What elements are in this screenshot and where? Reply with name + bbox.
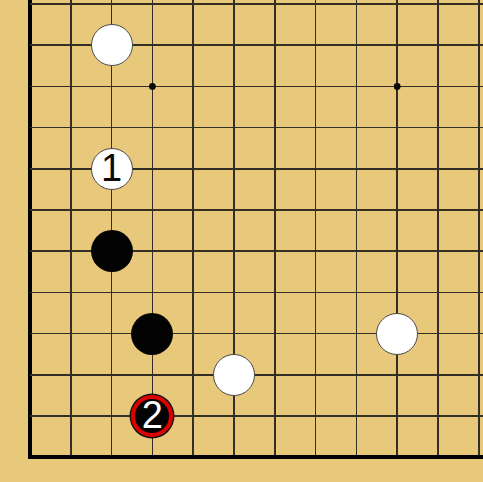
stone-white-c11[interactable] — [91, 24, 133, 66]
stone-white-k4[interactable] — [376, 313, 418, 355]
stone-white-f3[interactable] — [213, 354, 255, 396]
stone-black-c6[interactable] — [91, 230, 133, 272]
go-board-diagram: 12 — [0, 0, 483, 482]
stone-black-d4[interactable] — [131, 313, 173, 355]
stone-black-d2[interactable]: 2 — [131, 395, 173, 437]
stone-white-c8[interactable]: 1 — [91, 148, 133, 190]
move-number-label: 1 — [101, 149, 122, 187]
stones-layer[interactable]: 12 — [10, 0, 483, 478]
move-number-label: 2 — [142, 396, 163, 434]
